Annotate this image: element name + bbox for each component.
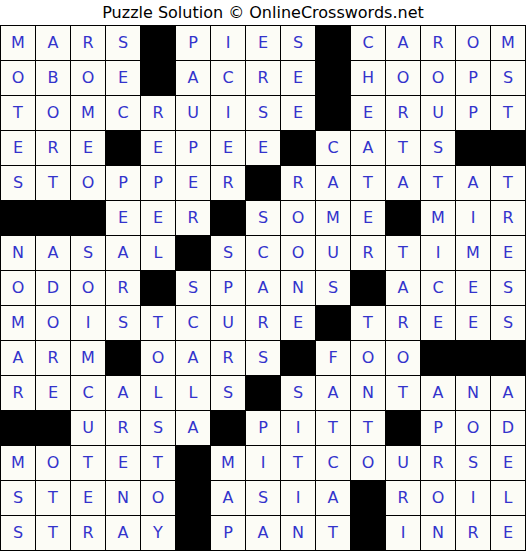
letter-cell: C [176, 306, 211, 341]
letter-cell: P [176, 131, 211, 166]
letter-cell: R [421, 446, 456, 481]
letter-cell: O [71, 271, 106, 306]
letter-cell: T [491, 166, 526, 201]
letter-cell: B [36, 61, 71, 96]
letter-cell: O [141, 341, 176, 376]
letter-cell: A [246, 271, 281, 306]
letter-cell: E [456, 271, 491, 306]
letter-cell: P [456, 61, 491, 96]
black-cell [176, 481, 211, 516]
letter-cell: P [211, 271, 246, 306]
letter-cell: M [71, 341, 106, 376]
letter-cell: S [491, 306, 526, 341]
letter-cell: S [421, 131, 456, 166]
letter-cell: A [316, 376, 351, 411]
letter-cell: C [106, 96, 141, 131]
letter-cell: M [1, 306, 36, 341]
letter-cell: I [211, 26, 246, 61]
letter-cell: S [246, 201, 281, 236]
letter-cell: R [141, 96, 176, 131]
letter-cell: A [316, 166, 351, 201]
letter-cell: L [491, 481, 526, 516]
letter-cell: R [36, 131, 71, 166]
letter-cell: S [491, 271, 526, 306]
letter-cell: N [1, 236, 36, 271]
letter-cell: O [36, 306, 71, 341]
letter-cell: E [281, 61, 316, 96]
letter-cell: R [211, 166, 246, 201]
letter-cell: O [351, 446, 386, 481]
letter-cell: S [491, 61, 526, 96]
letter-cell: R [246, 306, 281, 341]
letter-cell: E [351, 96, 386, 131]
letter-cell: U [386, 446, 421, 481]
black-cell [281, 341, 316, 376]
letter-cell: A [351, 131, 386, 166]
letter-cell: T [36, 516, 71, 551]
letter-cell: R [106, 271, 141, 306]
letter-cell: O [281, 236, 316, 271]
letter-cell: R [176, 201, 211, 236]
letter-cell: C [351, 26, 386, 61]
letter-cell: U [176, 96, 211, 131]
letter-cell: R [491, 201, 526, 236]
black-cell [1, 201, 36, 236]
letter-cell: U [71, 411, 106, 446]
letter-cell: T [386, 236, 421, 271]
letter-cell: A [176, 61, 211, 96]
letter-cell: T [36, 166, 71, 201]
letter-cell: O [421, 61, 456, 96]
letter-cell: P [141, 166, 176, 201]
letter-cell: D [36, 271, 71, 306]
letter-cell: C [246, 236, 281, 271]
letter-cell: E [281, 306, 316, 341]
letter-cell: R [211, 341, 246, 376]
page-title: Puzzle Solution © OnlineCrosswords.net [0, 0, 526, 25]
letter-cell: E [421, 306, 456, 341]
black-cell [456, 131, 491, 166]
letter-cell: P [246, 411, 281, 446]
letter-cell: E [71, 131, 106, 166]
letter-cell: R [246, 61, 281, 96]
black-cell [351, 481, 386, 516]
letter-cell: E [491, 446, 526, 481]
letter-cell: T [351, 166, 386, 201]
letter-cell: S [106, 306, 141, 341]
black-cell [141, 271, 176, 306]
letter-cell: R [351, 236, 386, 271]
letter-cell: S [211, 236, 246, 271]
letter-cell: A [421, 376, 456, 411]
letter-cell: S [456, 446, 491, 481]
letter-cell: N [281, 271, 316, 306]
letter-cell: U [211, 306, 246, 341]
black-cell [1, 411, 36, 446]
black-cell [351, 271, 386, 306]
letter-cell: R [1, 376, 36, 411]
letter-cell: O [386, 341, 421, 376]
letter-cell: A [491, 376, 526, 411]
letter-cell: M [316, 201, 351, 236]
letter-cell: R [71, 516, 106, 551]
letter-cell: N [281, 516, 316, 551]
black-cell [176, 516, 211, 551]
letter-cell: R [386, 481, 421, 516]
letter-cell: T [491, 96, 526, 131]
black-cell [141, 26, 176, 61]
letter-cell: E [106, 61, 141, 96]
letter-cell: A [1, 341, 36, 376]
letter-cell: R [386, 96, 421, 131]
black-cell [176, 446, 211, 481]
letter-cell: I [246, 446, 281, 481]
letter-cell: E [141, 131, 176, 166]
black-cell [281, 131, 316, 166]
letter-cell: S [1, 516, 36, 551]
letter-cell: A [106, 516, 141, 551]
letter-cell: T [141, 306, 176, 341]
letter-cell: A [456, 166, 491, 201]
letter-cell: E [71, 481, 106, 516]
letter-cell: A [176, 411, 211, 446]
letter-cell: O [456, 26, 491, 61]
letter-cell: Y [141, 516, 176, 551]
letter-cell: O [36, 96, 71, 131]
black-cell [71, 201, 106, 236]
letter-cell: L [141, 376, 176, 411]
letter-cell: A [316, 481, 351, 516]
letter-cell: A [176, 341, 211, 376]
letter-cell: P [176, 26, 211, 61]
letter-cell: R [71, 26, 106, 61]
letter-cell: E [211, 131, 246, 166]
letter-cell: U [421, 96, 456, 131]
letter-cell: P [211, 516, 246, 551]
letter-cell: N [351, 376, 386, 411]
letter-cell: M [456, 236, 491, 271]
letter-cell: T [351, 411, 386, 446]
black-cell [316, 96, 351, 131]
letter-cell: O [1, 61, 36, 96]
letter-cell: S [246, 341, 281, 376]
letter-cell: O [386, 61, 421, 96]
black-cell [351, 516, 386, 551]
letter-cell: O [456, 411, 491, 446]
letter-cell: S [316, 271, 351, 306]
letter-cell: R [106, 411, 141, 446]
letter-cell: I [71, 306, 106, 341]
letter-cell: I [211, 96, 246, 131]
letter-cell: A [386, 271, 421, 306]
letter-cell: R [36, 341, 71, 376]
letter-cell: T [281, 446, 316, 481]
letter-cell: R [386, 306, 421, 341]
letter-cell: C [71, 376, 106, 411]
black-cell [386, 411, 421, 446]
letter-cell: S [1, 481, 36, 516]
black-cell [106, 341, 141, 376]
letter-cell: A [36, 236, 71, 271]
letter-cell: S [281, 376, 316, 411]
letter-cell: E [281, 96, 316, 131]
black-cell [211, 411, 246, 446]
letter-cell: E [176, 166, 211, 201]
letter-cell: E [106, 201, 141, 236]
black-cell [491, 341, 526, 376]
letter-cell: F [316, 341, 351, 376]
letter-cell: O [36, 446, 71, 481]
letter-cell: T [71, 446, 106, 481]
puzzle-solution-page: Puzzle Solution © OnlineCrosswords.net M… [0, 0, 526, 551]
letter-cell: R [281, 166, 316, 201]
letter-cell: U [316, 236, 351, 271]
letter-cell: P [456, 96, 491, 131]
letter-cell: O [281, 201, 316, 236]
letter-cell: I [421, 236, 456, 271]
black-cell [386, 201, 421, 236]
letter-cell: A [246, 516, 281, 551]
letter-cell: T [316, 411, 351, 446]
letter-cell: M [71, 96, 106, 131]
letter-cell: O [71, 166, 106, 201]
letter-cell: I [281, 481, 316, 516]
letter-cell: T [316, 516, 351, 551]
letter-cell: T [386, 376, 421, 411]
letter-cell: M [421, 201, 456, 236]
letter-cell: P [106, 166, 141, 201]
letter-cell: N [106, 481, 141, 516]
letter-cell: A [211, 481, 246, 516]
letter-cell: O [71, 61, 106, 96]
letter-cell: R [456, 516, 491, 551]
letter-cell: C [211, 61, 246, 96]
letter-cell: E [36, 376, 71, 411]
letter-cell: O [351, 341, 386, 376]
letter-cell: T [386, 131, 421, 166]
letter-cell: O [141, 481, 176, 516]
letter-cell: S [176, 271, 211, 306]
letter-cell: T [421, 166, 456, 201]
letter-cell: E [246, 131, 281, 166]
letter-cell: O [421, 481, 456, 516]
letter-cell: D [491, 411, 526, 446]
letter-cell: E [106, 446, 141, 481]
letter-cell: C [316, 446, 351, 481]
black-cell [176, 236, 211, 271]
black-cell [211, 201, 246, 236]
letter-cell: T [351, 306, 386, 341]
black-cell [316, 61, 351, 96]
letter-cell: S [106, 26, 141, 61]
letter-cell: N [421, 516, 456, 551]
letter-cell: E [1, 131, 36, 166]
letter-cell: T [1, 96, 36, 131]
letter-cell: A [106, 376, 141, 411]
black-cell [36, 201, 71, 236]
letter-cell: I [281, 411, 316, 446]
letter-cell: E [491, 516, 526, 551]
black-cell [246, 166, 281, 201]
black-cell [246, 376, 281, 411]
black-cell [491, 131, 526, 166]
black-cell [106, 131, 141, 166]
letter-cell: S [1, 166, 36, 201]
letter-cell: I [456, 201, 491, 236]
letter-cell: M [1, 446, 36, 481]
letter-cell: T [141, 446, 176, 481]
letter-cell: E [141, 201, 176, 236]
letter-cell: I [386, 516, 421, 551]
letter-cell: C [316, 131, 351, 166]
black-cell [316, 26, 351, 61]
black-cell [316, 306, 351, 341]
letter-cell: A [386, 26, 421, 61]
letter-cell: C [421, 271, 456, 306]
letter-cell: S [141, 411, 176, 446]
letter-cell: E [491, 236, 526, 271]
letter-cell: E [456, 306, 491, 341]
letter-cell: T [36, 481, 71, 516]
black-cell [456, 341, 491, 376]
letter-cell: M [211, 446, 246, 481]
letter-cell: E [351, 201, 386, 236]
black-cell [141, 61, 176, 96]
letter-cell: R [421, 26, 456, 61]
letter-cell: S [211, 376, 246, 411]
letter-cell: I [456, 481, 491, 516]
letter-cell: O [1, 271, 36, 306]
letter-cell: A [106, 236, 141, 271]
letter-cell: S [246, 96, 281, 131]
letter-cell: E [246, 26, 281, 61]
letter-cell: A [36, 26, 71, 61]
letter-cell: S [246, 481, 281, 516]
letter-cell: H [351, 61, 386, 96]
letter-cell: S [281, 26, 316, 61]
letter-cell: A [386, 166, 421, 201]
letter-cell: M [1, 26, 36, 61]
letter-cell: S [71, 236, 106, 271]
letter-cell: N [456, 376, 491, 411]
black-cell [421, 341, 456, 376]
black-cell [36, 411, 71, 446]
letter-cell: L [141, 236, 176, 271]
letter-cell: L [176, 376, 211, 411]
letter-cell: P [421, 411, 456, 446]
crossword-grid: MARSPIESCAROMOBOEACREHOOPSTOMCRUISEERUPT… [0, 25, 526, 551]
letter-cell: M [491, 26, 526, 61]
